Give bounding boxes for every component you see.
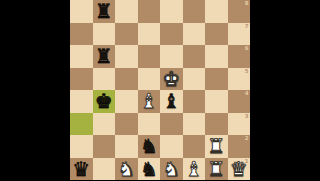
square-a6[interactable] (70, 45, 93, 68)
square-b8[interactable]: ♜ (93, 0, 116, 23)
square-h2[interactable]: 2 (228, 135, 251, 158)
square-d2[interactable]: ♞ (138, 135, 161, 158)
square-g4[interactable] (205, 90, 228, 113)
square-d6[interactable] (138, 45, 161, 68)
square-g2[interactable]: ♜ (205, 135, 228, 158)
square-h8[interactable]: 8 (228, 0, 251, 23)
square-h6[interactable]: 6 (228, 45, 251, 68)
square-h7[interactable]: 7 (228, 23, 251, 46)
square-e3[interactable] (160, 113, 183, 136)
piece-black-bishop[interactable]: ♝ (162, 90, 180, 113)
square-b7[interactable] (93, 23, 116, 46)
piece-white-bishop[interactable]: ♝ (185, 157, 203, 180)
piece-black-knight[interactable]: ♞ (140, 135, 158, 158)
square-e2[interactable] (160, 135, 183, 158)
square-a1[interactable]: ♛ (70, 158, 93, 181)
piece-black-queen[interactable]: ♛ (72, 157, 90, 180)
square-c7[interactable] (115, 23, 138, 46)
square-g1[interactable]: ♜ (205, 158, 228, 181)
square-e4[interactable]: ♝ (160, 90, 183, 113)
square-f5[interactable] (183, 68, 206, 91)
square-h5[interactable]: 5 (228, 68, 251, 91)
square-f7[interactable] (183, 23, 206, 46)
square-d5[interactable] (138, 68, 161, 91)
square-g3[interactable] (205, 113, 228, 136)
square-c5[interactable] (115, 68, 138, 91)
piece-white-knight[interactable]: ♞ (162, 157, 180, 180)
square-b3[interactable] (93, 113, 116, 136)
square-f3[interactable] (183, 113, 206, 136)
rank-label-3: 3 (245, 113, 249, 119)
square-d1[interactable]: ♞ (138, 158, 161, 181)
piece-white-queen[interactable]: ♛ (230, 157, 248, 180)
piece-white-rook[interactable]: ♜ (207, 135, 225, 158)
app-stage: ♜87♜6♚5♚♝♝43♞♜2♛♞♞♞♝♜1♛ (0, 0, 320, 180)
square-f2[interactable] (183, 135, 206, 158)
square-a4[interactable] (70, 90, 93, 113)
rank-label-6: 6 (245, 45, 249, 51)
left-letterbox-bar (0, 0, 70, 180)
square-g7[interactable] (205, 23, 228, 46)
square-b5[interactable] (93, 68, 116, 91)
rank-label-8: 8 (245, 0, 249, 6)
rank-label-7: 7 (245, 23, 249, 29)
piece-white-knight[interactable]: ♞ (117, 157, 135, 180)
square-c1[interactable]: ♞ (115, 158, 138, 181)
square-c3[interactable] (115, 113, 138, 136)
square-a3[interactable] (70, 113, 93, 136)
piece-white-bishop[interactable]: ♝ (140, 90, 158, 113)
square-c8[interactable] (115, 0, 138, 23)
rank-label-5: 5 (245, 68, 249, 74)
square-b1[interactable] (93, 158, 116, 181)
square-a5[interactable] (70, 68, 93, 91)
square-f4[interactable] (183, 90, 206, 113)
square-h3[interactable]: 3 (228, 113, 251, 136)
square-b4[interactable]: ♚ (93, 90, 116, 113)
square-f8[interactable] (183, 0, 206, 23)
square-e6[interactable] (160, 45, 183, 68)
piece-white-king[interactable]: ♚ (162, 67, 180, 90)
square-d8[interactable] (138, 0, 161, 23)
square-b6[interactable]: ♜ (93, 45, 116, 68)
piece-black-king[interactable]: ♚ (95, 90, 113, 113)
square-g6[interactable] (205, 45, 228, 68)
square-c6[interactable] (115, 45, 138, 68)
square-a7[interactable] (70, 23, 93, 46)
square-h1[interactable]: 1♛ (228, 158, 251, 181)
square-d7[interactable] (138, 23, 161, 46)
square-e8[interactable] (160, 0, 183, 23)
square-f1[interactable]: ♝ (183, 158, 206, 181)
rank-label-4: 4 (245, 90, 249, 96)
square-c2[interactable] (115, 135, 138, 158)
square-a8[interactable] (70, 0, 93, 23)
square-e1[interactable]: ♞ (160, 158, 183, 181)
square-c4[interactable] (115, 90, 138, 113)
piece-black-rook[interactable]: ♜ (95, 45, 113, 68)
square-f6[interactable] (183, 45, 206, 68)
square-g8[interactable] (205, 0, 228, 23)
square-g5[interactable] (205, 68, 228, 91)
square-d4[interactable]: ♝ (138, 90, 161, 113)
square-b2[interactable] (93, 135, 116, 158)
piece-black-knight[interactable]: ♞ (140, 157, 158, 180)
square-e7[interactable] (160, 23, 183, 46)
piece-black-rook[interactable]: ♜ (95, 0, 113, 22)
chess-board: ♜87♜6♚5♚♝♝43♞♜2♛♞♞♞♝♜1♛ (70, 0, 250, 180)
square-h4[interactable]: 4 (228, 90, 251, 113)
square-e5[interactable]: ♚ (160, 68, 183, 91)
right-letterbox-bar (250, 0, 320, 180)
square-d3[interactable] (138, 113, 161, 136)
rank-label-2: 2 (245, 135, 249, 141)
piece-white-rook[interactable]: ♜ (207, 157, 225, 180)
square-a2[interactable] (70, 135, 93, 158)
